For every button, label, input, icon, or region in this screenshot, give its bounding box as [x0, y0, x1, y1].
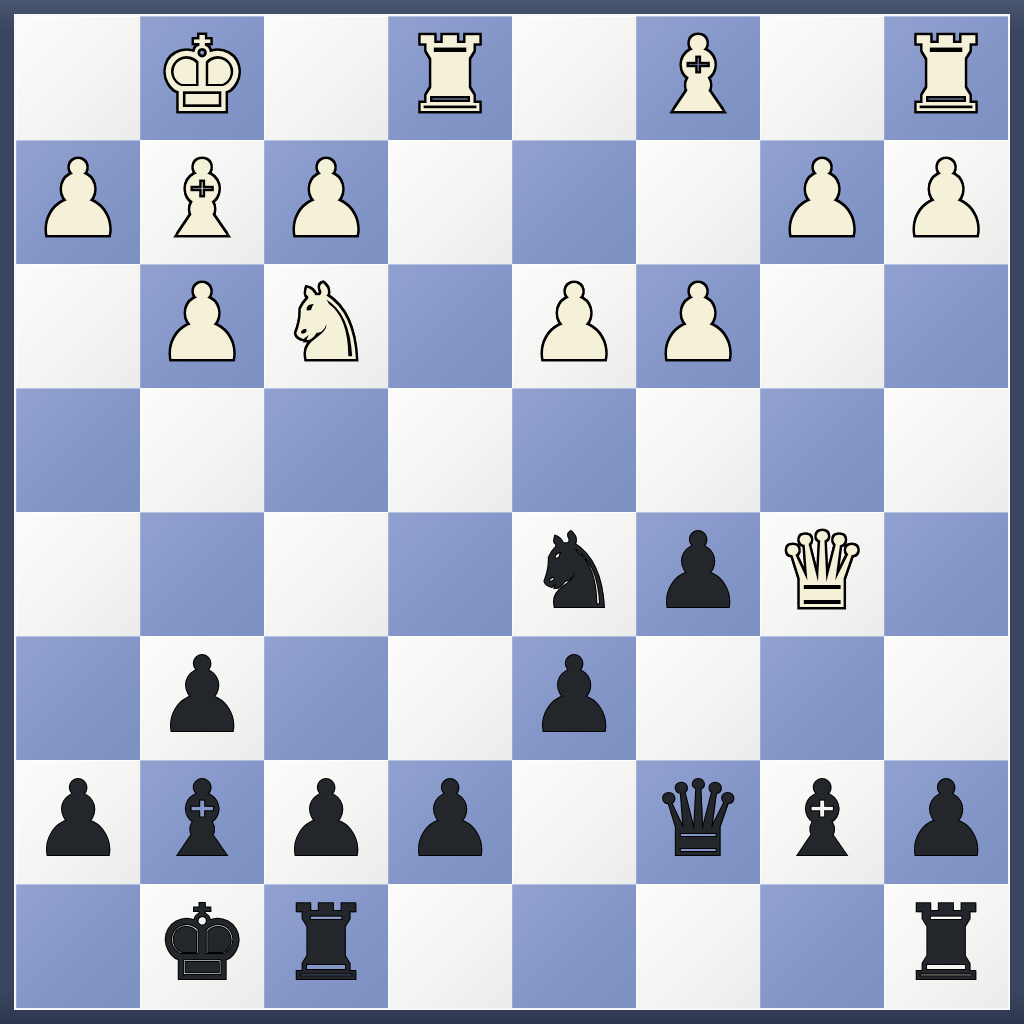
square-h6[interactable] — [16, 636, 140, 760]
square-g3[interactable]: ♟ — [140, 264, 264, 388]
square-e8[interactable] — [388, 884, 512, 1008]
square-h1[interactable] — [16, 16, 140, 140]
square-h3[interactable] — [16, 264, 140, 388]
white-bishop-c1: ♝ — [651, 23, 744, 127]
square-b8[interactable] — [760, 884, 884, 1008]
white-pawn-a2: ♟ — [899, 147, 992, 251]
black-bishop-g7: ♝ — [155, 767, 248, 871]
square-c1[interactable]: ♝ — [636, 16, 760, 140]
square-d4[interactable] — [512, 388, 636, 512]
square-e1[interactable]: ♜ — [388, 16, 512, 140]
square-b3[interactable] — [760, 264, 884, 388]
white-rook-a1: ♜ — [899, 23, 992, 127]
square-a2[interactable]: ♟ — [884, 140, 1008, 264]
square-d7[interactable] — [512, 760, 636, 884]
square-a1[interactable]: ♜ — [884, 16, 1008, 140]
square-e3[interactable] — [388, 264, 512, 388]
black-pawn-d6: ♟ — [527, 643, 620, 747]
square-f4[interactable] — [264, 388, 388, 512]
white-pawn-h2: ♟ — [31, 147, 124, 251]
square-a7[interactable]: ♟ — [884, 760, 1008, 884]
square-h4[interactable] — [16, 388, 140, 512]
square-e4[interactable] — [388, 388, 512, 512]
white-bishop-g2: ♝ — [155, 147, 248, 251]
square-f6[interactable] — [264, 636, 388, 760]
black-pawn-a7: ♟ — [899, 767, 992, 871]
black-rook-a8: ♜ — [899, 891, 992, 995]
white-pawn-c3: ♟ — [651, 271, 744, 375]
square-h2[interactable]: ♟ — [16, 140, 140, 264]
square-e7[interactable]: ♟ — [388, 760, 512, 884]
black-queen-c7: ♛ — [651, 767, 744, 871]
square-g4[interactable] — [140, 388, 264, 512]
black-rook-f8: ♜ — [279, 891, 372, 995]
square-h7[interactable]: ♟ — [16, 760, 140, 884]
square-a5[interactable] — [884, 512, 1008, 636]
white-knight-f3: ♞ — [279, 271, 372, 375]
square-a3[interactable] — [884, 264, 1008, 388]
square-b5[interactable]: ♛ — [760, 512, 884, 636]
white-queen-b5: ♛ — [775, 519, 868, 623]
square-f1[interactable] — [264, 16, 388, 140]
white-pawn-b2: ♟ — [775, 147, 868, 251]
chess-board: ♚♜♝♜♟♝♟♟♟♟♞♟♟♞♟♛♟♟♟♝♟♟♛♝♟♚♜♜ — [14, 14, 1010, 1010]
square-b4[interactable] — [760, 388, 884, 512]
square-e2[interactable] — [388, 140, 512, 264]
white-pawn-f2: ♟ — [279, 147, 372, 251]
square-d3[interactable]: ♟ — [512, 264, 636, 388]
square-f7[interactable]: ♟ — [264, 760, 388, 884]
square-c7[interactable]: ♛ — [636, 760, 760, 884]
square-d6[interactable]: ♟ — [512, 636, 636, 760]
square-g6[interactable]: ♟ — [140, 636, 264, 760]
square-a4[interactable] — [884, 388, 1008, 512]
white-pawn-g3: ♟ — [155, 271, 248, 375]
black-king-g8: ♚ — [155, 891, 248, 995]
square-g7[interactable]: ♝ — [140, 760, 264, 884]
board-frame: ♚♜♝♜♟♝♟♟♟♟♞♟♟♞♟♛♟♟♟♝♟♟♛♝♟♚♜♜ — [0, 0, 1024, 1024]
black-pawn-c5: ♟ — [651, 519, 744, 623]
square-c4[interactable] — [636, 388, 760, 512]
square-f5[interactable] — [264, 512, 388, 636]
square-d8[interactable] — [512, 884, 636, 1008]
square-b1[interactable] — [760, 16, 884, 140]
white-pawn-d3: ♟ — [527, 271, 620, 375]
white-rook-e1: ♜ — [403, 23, 496, 127]
square-h8[interactable] — [16, 884, 140, 1008]
square-f2[interactable]: ♟ — [264, 140, 388, 264]
square-c5[interactable]: ♟ — [636, 512, 760, 636]
square-d5[interactable]: ♞ — [512, 512, 636, 636]
square-d1[interactable] — [512, 16, 636, 140]
square-c2[interactable] — [636, 140, 760, 264]
square-e5[interactable] — [388, 512, 512, 636]
square-b7[interactable]: ♝ — [760, 760, 884, 884]
white-king-g1: ♚ — [155, 23, 248, 127]
square-a6[interactable] — [884, 636, 1008, 760]
black-knight-d5: ♞ — [527, 519, 620, 623]
black-pawn-g6: ♟ — [155, 643, 248, 747]
square-g1[interactable]: ♚ — [140, 16, 264, 140]
square-d2[interactable] — [512, 140, 636, 264]
square-b2[interactable]: ♟ — [760, 140, 884, 264]
square-h5[interactable] — [16, 512, 140, 636]
square-f3[interactable]: ♞ — [264, 264, 388, 388]
square-b6[interactable] — [760, 636, 884, 760]
black-bishop-b7: ♝ — [775, 767, 868, 871]
square-g2[interactable]: ♝ — [140, 140, 264, 264]
square-a8[interactable]: ♜ — [884, 884, 1008, 1008]
square-c6[interactable] — [636, 636, 760, 760]
square-e6[interactable] — [388, 636, 512, 760]
square-g5[interactable] — [140, 512, 264, 636]
black-pawn-e7: ♟ — [403, 767, 496, 871]
black-pawn-h7: ♟ — [31, 767, 124, 871]
square-c3[interactable]: ♟ — [636, 264, 760, 388]
square-g8[interactable]: ♚ — [140, 884, 264, 1008]
black-pawn-f7: ♟ — [279, 767, 372, 871]
square-c8[interactable] — [636, 884, 760, 1008]
square-f8[interactable]: ♜ — [264, 884, 388, 1008]
